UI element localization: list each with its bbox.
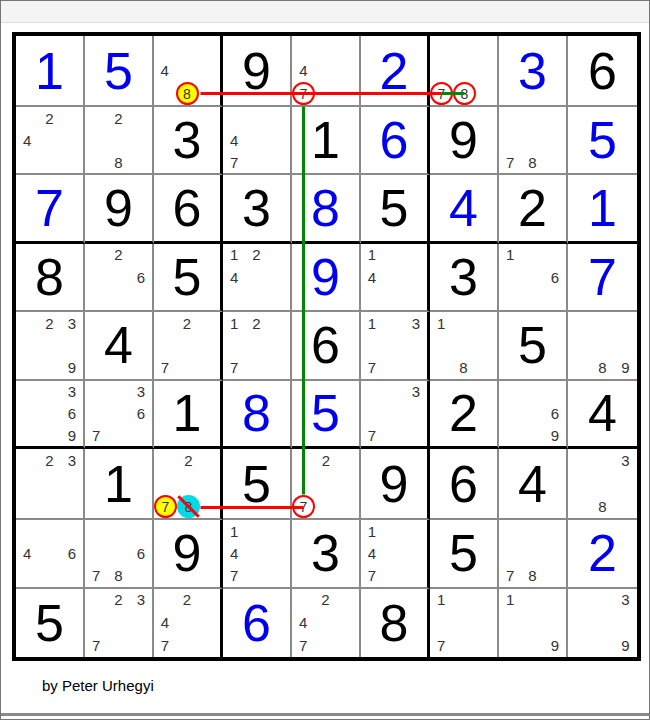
candidate-digit-highlighted[interactable]: 8 bbox=[176, 82, 199, 105]
candidate-digit[interactable]: 8 bbox=[521, 151, 543, 173]
solved-digit: 6 bbox=[242, 597, 271, 649]
cell-r3c5[interactable]: 8 bbox=[292, 175, 361, 243]
pencil-marks: 239 bbox=[16, 312, 83, 378]
pencil-marks: 46 bbox=[16, 520, 83, 586]
cell-r2c9[interactable]: 5 bbox=[568, 107, 637, 175]
cell-r5c1[interactable]: 239 bbox=[16, 312, 85, 380]
pencil-marks: 37 bbox=[361, 381, 427, 446]
given-digit: 6 bbox=[173, 182, 202, 234]
candidate-digit[interactable]: 8 bbox=[107, 151, 129, 173]
solved-digit: 8 bbox=[242, 387, 271, 439]
cell-r2c6[interactable]: 6 bbox=[361, 107, 430, 175]
given-digit: 5 bbox=[173, 251, 202, 303]
cell-r7c7[interactable]: 6 bbox=[430, 449, 499, 520]
given-digit: 1 bbox=[104, 458, 133, 510]
pencil-marks: 369 bbox=[16, 381, 83, 446]
given-digit: 8 bbox=[380, 597, 409, 649]
candidate-digit[interactable]: 3 bbox=[405, 312, 427, 334]
given-digit: 1 bbox=[173, 387, 202, 439]
solved-digit: 7 bbox=[35, 182, 64, 234]
candidate-digit[interactable]: 3 bbox=[614, 589, 637, 612]
candidate-digit[interactable]: 2 bbox=[314, 589, 336, 612]
sudoku-board: 1548947278362428347169785796385421826512… bbox=[12, 32, 641, 661]
pencil-marks: 247 bbox=[154, 589, 220, 657]
pencil-marks: 147 bbox=[223, 520, 290, 586]
pencil-marks: 26 bbox=[85, 244, 152, 310]
pencil-marks: 367 bbox=[85, 381, 152, 446]
candidate-digit[interactable]: 6 bbox=[544, 403, 566, 425]
candidate-digit[interactable]: 2 bbox=[176, 312, 198, 334]
cell-r9c2[interactable]: 237 bbox=[85, 589, 154, 657]
candidate-digit[interactable]: 1 bbox=[223, 244, 245, 266]
cell-r6c9[interactable]: 4 bbox=[568, 381, 637, 449]
cell-r5c3[interactable]: 27 bbox=[154, 312, 223, 380]
pencil-marks: 69 bbox=[499, 381, 566, 446]
cell-r8c2[interactable]: 678 bbox=[85, 520, 154, 588]
cell-r5c5[interactable]: 6 bbox=[292, 312, 361, 380]
given-digit: 1 bbox=[311, 114, 340, 166]
cell-r7c1[interactable]: 23 bbox=[16, 449, 85, 520]
candidate-digit[interactable]: 9 bbox=[614, 634, 637, 657]
cell-r3c9[interactable]: 1 bbox=[568, 175, 637, 243]
cell-r7c5[interactable]: 27 bbox=[292, 449, 361, 520]
cell-r8c8[interactable]: 78 bbox=[499, 520, 568, 588]
pencil-marks: 124 bbox=[223, 244, 290, 310]
candidate-digit[interactable]: 3 bbox=[130, 381, 152, 403]
candidate-digit[interactable]: 7 bbox=[361, 564, 383, 586]
cell-r4c9[interactable]: 7 bbox=[568, 244, 637, 312]
candidate-digit[interactable]: 4 bbox=[154, 611, 176, 634]
solved-digit: 9 bbox=[311, 251, 340, 303]
cell-r6c1[interactable]: 369 bbox=[16, 381, 85, 449]
cell-r8c4[interactable]: 147 bbox=[223, 520, 292, 588]
candidate-digit[interactable]: 8 bbox=[521, 564, 543, 586]
candidate-digit[interactable]: 9 bbox=[614, 357, 637, 379]
pencil-marks: 16 bbox=[499, 244, 566, 310]
pencil-marks: 23 bbox=[16, 449, 83, 518]
candidate-digit[interactable]: 7 bbox=[292, 634, 314, 657]
candidate-digit[interactable]: 1 bbox=[361, 244, 383, 266]
cell-r2c1[interactable]: 24 bbox=[16, 107, 85, 175]
candidate-digit[interactable]: 7 bbox=[85, 564, 107, 586]
given-digit: 2 bbox=[518, 182, 547, 234]
given-digit: 4 bbox=[104, 319, 133, 371]
author-caption: by Peter Urhegyi bbox=[42, 677, 154, 694]
cell-r7c8[interactable]: 4 bbox=[499, 449, 568, 520]
candidate-digit[interactable]: 2 bbox=[176, 589, 198, 612]
cell-r9c3[interactable]: 247 bbox=[154, 589, 223, 657]
pencil-marks: 127 bbox=[223, 312, 290, 378]
cell-r2c4[interactable]: 47 bbox=[223, 107, 292, 175]
cell-r9c9[interactable]: 39 bbox=[568, 589, 637, 657]
pencil-marks: 678 bbox=[85, 520, 152, 586]
candidate-digit[interactable]: 3 bbox=[61, 449, 83, 472]
candidate-digit[interactable]: 7 bbox=[85, 424, 107, 446]
candidate-digit[interactable]: 4 bbox=[361, 542, 383, 564]
solved-digit: 4 bbox=[449, 182, 478, 234]
solved-digit: 2 bbox=[380, 45, 409, 97]
candidate-digit[interactable]: 2 bbox=[38, 312, 60, 334]
cell-r6c2[interactable]: 367 bbox=[85, 381, 154, 449]
solved-digit: 5 bbox=[104, 45, 133, 97]
cell-r4c5[interactable]: 9 bbox=[292, 244, 361, 312]
candidate-digit[interactable]: 7 bbox=[223, 151, 245, 173]
pencil-marks: 19 bbox=[499, 589, 566, 657]
given-digit: 5 bbox=[35, 597, 64, 649]
cell-r3c8[interactable]: 2 bbox=[499, 175, 568, 243]
pencil-marks: 39 bbox=[568, 589, 637, 657]
candidate-digit[interactable]: 7 bbox=[361, 357, 383, 379]
candidate-digit[interactable]: 6 bbox=[61, 542, 83, 564]
cell-r9c1[interactable]: 5 bbox=[16, 589, 85, 657]
candidate-digit[interactable]: 2 bbox=[177, 449, 200, 472]
pencil-marks: 78 bbox=[499, 520, 566, 586]
pencil-marks: 137 bbox=[361, 312, 427, 378]
candidate-digit[interactable]: 1 bbox=[361, 312, 383, 334]
given-digit: 5 bbox=[518, 319, 547, 371]
solved-digit: 5 bbox=[311, 387, 340, 439]
cell-r5c9[interactable]: 89 bbox=[568, 312, 637, 380]
candidate-digit[interactable]: 2 bbox=[107, 107, 129, 129]
solved-digit: 8 bbox=[311, 182, 340, 234]
cell-r5c2[interactable]: 4 bbox=[85, 312, 154, 380]
candidate-digit[interactable]: 2 bbox=[245, 312, 267, 334]
cell-r1c7[interactable]: 78 bbox=[430, 36, 499, 107]
pencil-marks: 278 bbox=[154, 449, 220, 518]
candidate-digit[interactable]: 2 bbox=[38, 107, 60, 129]
given-digit: 5 bbox=[380, 182, 409, 234]
cell-r8c7[interactable]: 5 bbox=[430, 520, 499, 588]
cell-r3c2[interactable]: 9 bbox=[85, 175, 154, 243]
candidate-digit[interactable]: 7 bbox=[154, 634, 176, 657]
given-digit: 6 bbox=[449, 458, 478, 510]
cell-r6c7[interactable]: 2 bbox=[430, 381, 499, 449]
cell-r8c9[interactable]: 2 bbox=[568, 520, 637, 588]
cell-r3c4[interactable]: 3 bbox=[223, 175, 292, 243]
candidate-digit[interactable]: 1 bbox=[223, 520, 245, 542]
given-digit: 6 bbox=[588, 45, 617, 97]
candidate-digit[interactable]: 7 bbox=[361, 424, 383, 446]
cell-r4c6[interactable]: 14 bbox=[361, 244, 430, 312]
candidate-digit[interactable]: 9 bbox=[61, 357, 83, 379]
candidate-digit[interactable]: 2 bbox=[38, 449, 60, 472]
given-digit: 4 bbox=[588, 387, 617, 439]
candidate-digit-highlighted[interactable]: 7 bbox=[292, 495, 315, 518]
solved-digit: 2 bbox=[588, 527, 617, 579]
cell-r7c3[interactable]: 278 bbox=[154, 449, 223, 520]
candidate-digit[interactable]: 4 bbox=[16, 129, 38, 151]
window-top-strip bbox=[1, 1, 649, 23]
given-digit: 9 bbox=[242, 45, 271, 97]
cell-r6c4[interactable]: 8 bbox=[223, 381, 292, 449]
candidate-digit[interactable]: 6 bbox=[130, 542, 152, 564]
candidate-digit-highlighted[interactable]: 7 bbox=[154, 495, 177, 518]
cell-r7c4[interactable]: 5 bbox=[223, 449, 292, 520]
candidate-digit-highlighted[interactable]: 8 bbox=[453, 82, 476, 105]
given-digit: 5 bbox=[242, 458, 271, 510]
cell-r1c8[interactable]: 3 bbox=[499, 36, 568, 107]
cell-r2c5[interactable]: 1 bbox=[292, 107, 361, 175]
candidate-digit[interactable]: 3 bbox=[614, 449, 637, 472]
candidate-digit-highlighted[interactable]: 7 bbox=[430, 82, 453, 105]
candidate-digit[interactable]: 2 bbox=[107, 589, 129, 612]
candidate-digit[interactable]: 8 bbox=[591, 357, 614, 379]
cell-r9c8[interactable]: 19 bbox=[499, 589, 568, 657]
cell-r1c3[interactable]: 48 bbox=[154, 36, 223, 107]
candidate-digit[interactable]: 1 bbox=[499, 244, 521, 266]
candidate-digit[interactable]: 7 bbox=[499, 564, 521, 586]
candidate-digit[interactable]: 4 bbox=[223, 129, 245, 151]
candidate-digit[interactable]: 1 bbox=[430, 589, 452, 612]
cell-r4c8[interactable]: 16 bbox=[499, 244, 568, 312]
cell-r7c6[interactable]: 9 bbox=[361, 449, 430, 520]
given-digit: 3 bbox=[449, 251, 478, 303]
candidate-digit[interactable]: 7 bbox=[154, 357, 176, 379]
candidate-digit[interactable]: 4 bbox=[154, 59, 176, 82]
cell-r1c1[interactable]: 1 bbox=[16, 36, 85, 107]
cell-r9c7[interactable]: 17 bbox=[430, 589, 499, 657]
solved-digit: 3 bbox=[518, 45, 547, 97]
sudoku-solver-window: 1548947278362428347169785796385421826512… bbox=[0, 0, 650, 720]
candidate-digit[interactable]: 2 bbox=[107, 244, 129, 266]
candidate-digit[interactable]: 7 bbox=[85, 634, 107, 657]
cell-r3c3[interactable]: 6 bbox=[154, 175, 223, 243]
solved-digit: 7 bbox=[588, 251, 617, 303]
candidate-digit-highlighted[interactable]: 7 bbox=[292, 82, 315, 105]
pencil-marks: 18 bbox=[430, 312, 497, 378]
given-digit: 9 bbox=[104, 182, 133, 234]
solved-digit: 1 bbox=[35, 45, 64, 97]
candidate-digit[interactable]: 4 bbox=[223, 266, 245, 288]
pencil-marks: 14 bbox=[361, 244, 427, 310]
candidate-digit-highlighted[interactable]: 8 bbox=[177, 495, 200, 518]
given-digit: 2 bbox=[449, 387, 478, 439]
candidate-digit[interactable]: 2 bbox=[315, 449, 337, 472]
pencil-marks: 48 bbox=[154, 36, 220, 105]
candidate-digit[interactable]: 6 bbox=[130, 266, 152, 288]
candidate-digit[interactable]: 9 bbox=[544, 424, 566, 446]
solved-digit: 6 bbox=[380, 114, 409, 166]
cell-r4c2[interactable]: 26 bbox=[85, 244, 154, 312]
pencil-marks: 27 bbox=[154, 312, 220, 378]
cell-r4c3[interactable]: 5 bbox=[154, 244, 223, 312]
given-digit: 4 bbox=[518, 458, 547, 510]
cell-r2c8[interactable]: 78 bbox=[499, 107, 568, 175]
cell-r8c3[interactable]: 9 bbox=[154, 520, 223, 588]
cell-r7c2[interactable]: 1 bbox=[85, 449, 154, 520]
pencil-marks: 89 bbox=[568, 312, 637, 378]
candidate-digit[interactable]: 9 bbox=[61, 424, 83, 446]
given-digit: 5 bbox=[449, 527, 478, 579]
candidate-digit[interactable]: 3 bbox=[405, 381, 427, 403]
pencil-marks: 28 bbox=[85, 107, 152, 173]
solved-digit: 5 bbox=[588, 114, 617, 166]
pencil-marks: 27 bbox=[292, 449, 359, 518]
candidate-digit[interactable]: 1 bbox=[361, 520, 383, 542]
cell-r9c5[interactable]: 247 bbox=[292, 589, 361, 657]
cell-r8c1[interactable]: 46 bbox=[16, 520, 85, 588]
cell-r8c5[interactable]: 3 bbox=[292, 520, 361, 588]
cell-r6c6[interactable]: 37 bbox=[361, 381, 430, 449]
candidate-digit[interactable]: 2 bbox=[245, 244, 267, 266]
pencil-marks: 47 bbox=[292, 36, 359, 105]
given-digit: 8 bbox=[35, 251, 64, 303]
given-digit: 3 bbox=[242, 182, 271, 234]
candidate-digit[interactable]: 3 bbox=[61, 312, 83, 334]
candidate-digit[interactable]: 8 bbox=[107, 564, 129, 586]
pencil-marks: 24 bbox=[16, 107, 83, 173]
candidate-digit[interactable]: 4 bbox=[292, 611, 314, 634]
cell-r5c4[interactable]: 127 bbox=[223, 312, 292, 380]
candidate-digit[interactable]: 1 bbox=[430, 312, 452, 334]
candidate-digit[interactable]: 8 bbox=[591, 495, 614, 518]
candidate-digit[interactable]: 4 bbox=[361, 266, 383, 288]
cell-r4c1[interactable]: 8 bbox=[16, 244, 85, 312]
candidate-digit[interactable]: 7 bbox=[430, 634, 452, 657]
given-digit: 3 bbox=[173, 114, 202, 166]
candidate-digit[interactable]: 6 bbox=[544, 266, 566, 288]
cell-r5c6[interactable]: 137 bbox=[361, 312, 430, 380]
pencil-marks: 237 bbox=[85, 589, 152, 657]
cell-r3c1[interactable]: 7 bbox=[16, 175, 85, 243]
cell-r2c2[interactable]: 28 bbox=[85, 107, 154, 175]
cell-r4c7[interactable]: 3 bbox=[430, 244, 499, 312]
candidate-digit[interactable]: 9 bbox=[544, 634, 566, 657]
candidate-digit[interactable]: 4 bbox=[292, 59, 315, 82]
cell-r6c8[interactable]: 69 bbox=[499, 381, 568, 449]
pencil-marks: 17 bbox=[430, 589, 497, 657]
pencil-marks: 78 bbox=[430, 36, 497, 105]
cell-r1c9[interactable]: 6 bbox=[568, 36, 637, 107]
given-digit: 6 bbox=[311, 319, 340, 371]
cell-r5c8[interactable]: 5 bbox=[499, 312, 568, 380]
pencil-marks: 38 bbox=[568, 449, 637, 518]
given-digit: 9 bbox=[380, 458, 409, 510]
cell-r6c5[interactable]: 5 bbox=[292, 381, 361, 449]
cell-r2c3[interactable]: 3 bbox=[154, 107, 223, 175]
given-digit: 3 bbox=[311, 527, 340, 579]
candidate-digit[interactable]: 3 bbox=[61, 381, 83, 403]
cell-r2c7[interactable]: 9 bbox=[430, 107, 499, 175]
cell-r3c7[interactable]: 4 bbox=[430, 175, 499, 243]
cell-r1c2[interactable]: 5 bbox=[85, 36, 154, 107]
cell-r9c4[interactable]: 6 bbox=[223, 589, 292, 657]
candidate-digit[interactable]: 4 bbox=[223, 542, 245, 564]
cell-r4c4[interactable]: 124 bbox=[223, 244, 292, 312]
candidate-digit[interactable]: 4 bbox=[16, 542, 38, 564]
candidate-digit[interactable]: 6 bbox=[130, 403, 152, 425]
candidate-digit[interactable]: 7 bbox=[223, 357, 245, 379]
pencil-marks: 247 bbox=[292, 589, 359, 657]
candidate-digit[interactable]: 7 bbox=[223, 564, 245, 586]
pencil-marks: 78 bbox=[499, 107, 566, 173]
candidate-digit[interactable]: 7 bbox=[499, 151, 521, 173]
solved-digit: 1 bbox=[588, 182, 617, 234]
candidate-digit[interactable]: 6 bbox=[61, 403, 83, 425]
candidate-digit[interactable]: 1 bbox=[223, 312, 245, 334]
candidate-digit[interactable]: 8 bbox=[452, 357, 474, 379]
cell-r3c6[interactable]: 5 bbox=[361, 175, 430, 243]
candidate-digit[interactable]: 3 bbox=[130, 589, 152, 612]
given-digit: 9 bbox=[173, 527, 202, 579]
window-bottom-bar bbox=[1, 713, 649, 716]
pencil-marks: 147 bbox=[361, 520, 427, 586]
cell-r1c5[interactable]: 47 bbox=[292, 36, 361, 107]
cell-r7c9[interactable]: 38 bbox=[568, 449, 637, 520]
cell-r6c3[interactable]: 1 bbox=[154, 381, 223, 449]
cell-r9c6[interactable]: 8 bbox=[361, 589, 430, 657]
cell-r5c7[interactable]: 18 bbox=[430, 312, 499, 380]
cell-r1c4[interactable]: 9 bbox=[223, 36, 292, 107]
cell-r8c6[interactable]: 147 bbox=[361, 520, 430, 588]
given-digit: 9 bbox=[449, 114, 478, 166]
cell-r1c6[interactable]: 2 bbox=[361, 36, 430, 107]
candidate-digit[interactable]: 1 bbox=[499, 589, 521, 612]
pencil-marks: 47 bbox=[223, 107, 290, 173]
